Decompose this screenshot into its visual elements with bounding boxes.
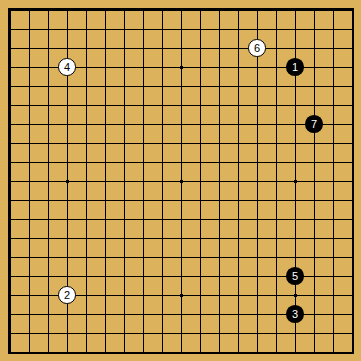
intersection-M18[interactable] — [210, 20, 229, 39]
intersection-B9[interactable] — [20, 191, 39, 210]
intersection-B4[interactable] — [20, 286, 39, 305]
intersection-H14[interactable] — [134, 96, 153, 115]
intersection-S18[interactable] — [324, 20, 343, 39]
intersection-T11[interactable] — [343, 153, 361, 172]
intersection-E15[interactable] — [77, 77, 96, 96]
intersection-H18[interactable] — [134, 20, 153, 39]
intersection-R2[interactable] — [305, 324, 324, 343]
intersection-B7[interactable] — [20, 229, 39, 248]
intersection-G13[interactable] — [115, 115, 134, 134]
intersection-N5[interactable] — [229, 267, 248, 286]
intersection-P10[interactable] — [267, 172, 286, 191]
intersection-O5[interactable] — [248, 267, 267, 286]
intersection-B14[interactable] — [20, 96, 39, 115]
intersection-E3[interactable] — [77, 305, 96, 324]
intersection-B1[interactable] — [20, 343, 39, 361]
intersection-A13[interactable] — [1, 115, 20, 134]
intersection-C18[interactable] — [39, 20, 58, 39]
intersection-G9[interactable] — [115, 191, 134, 210]
intersection-R1[interactable] — [305, 343, 324, 361]
intersection-L2[interactable] — [191, 324, 210, 343]
intersection-M5[interactable] — [210, 267, 229, 286]
intersection-C8[interactable] — [39, 210, 58, 229]
intersection-N18[interactable] — [229, 20, 248, 39]
intersection-D12[interactable] — [58, 134, 77, 153]
intersection-L11[interactable] — [191, 153, 210, 172]
intersection-M19[interactable] — [210, 1, 229, 20]
intersection-A2[interactable] — [1, 324, 20, 343]
stone-4-white-D16[interactable]: 4 — [58, 58, 76, 76]
intersection-N9[interactable] — [229, 191, 248, 210]
intersection-Q8[interactable] — [286, 210, 305, 229]
intersection-P8[interactable] — [267, 210, 286, 229]
intersection-E11[interactable] — [77, 153, 96, 172]
intersection-M7[interactable] — [210, 229, 229, 248]
intersection-C5[interactable] — [39, 267, 58, 286]
intersection-E19[interactable] — [77, 1, 96, 20]
intersection-H15[interactable] — [134, 77, 153, 96]
intersection-A6[interactable] — [1, 248, 20, 267]
intersection-R17[interactable] — [305, 39, 324, 58]
intersection-R11[interactable] — [305, 153, 324, 172]
intersection-Q14[interactable] — [286, 96, 305, 115]
intersection-D18[interactable] — [58, 20, 77, 39]
intersection-M8[interactable] — [210, 210, 229, 229]
intersection-C4[interactable] — [39, 286, 58, 305]
intersection-O7[interactable] — [248, 229, 267, 248]
intersection-R18[interactable] — [305, 20, 324, 39]
intersection-R12[interactable] — [305, 134, 324, 153]
intersection-G11[interactable] — [115, 153, 134, 172]
intersection-P9[interactable] — [267, 191, 286, 210]
intersection-P12[interactable] — [267, 134, 286, 153]
intersection-N3[interactable] — [229, 305, 248, 324]
intersection-A12[interactable] — [1, 134, 20, 153]
intersection-A8[interactable] — [1, 210, 20, 229]
intersection-J12[interactable] — [153, 134, 172, 153]
intersection-D7[interactable] — [58, 229, 77, 248]
intersection-B19[interactable] — [20, 1, 39, 20]
intersection-L18[interactable] — [191, 20, 210, 39]
intersection-P3[interactable] — [267, 305, 286, 324]
intersection-F7[interactable] — [96, 229, 115, 248]
intersection-F11[interactable] — [96, 153, 115, 172]
intersection-M9[interactable] — [210, 191, 229, 210]
intersection-G3[interactable] — [115, 305, 134, 324]
intersection-D19[interactable] — [58, 1, 77, 20]
intersection-D6[interactable] — [58, 248, 77, 267]
intersection-T3[interactable] — [343, 305, 361, 324]
intersection-H13[interactable] — [134, 115, 153, 134]
intersection-J7[interactable] — [153, 229, 172, 248]
intersection-F3[interactable] — [96, 305, 115, 324]
intersection-B3[interactable] — [20, 305, 39, 324]
intersection-E7[interactable] — [77, 229, 96, 248]
intersection-N15[interactable] — [229, 77, 248, 96]
intersection-A14[interactable] — [1, 96, 20, 115]
intersection-L3[interactable] — [191, 305, 210, 324]
intersection-C11[interactable] — [39, 153, 58, 172]
intersection-M1[interactable] — [210, 343, 229, 361]
intersection-J8[interactable] — [153, 210, 172, 229]
intersection-L19[interactable] — [191, 1, 210, 20]
intersection-G4[interactable] — [115, 286, 134, 305]
stone-5-black-Q5[interactable]: 5 — [286, 267, 304, 285]
intersection-D9[interactable] — [58, 191, 77, 210]
intersection-J19[interactable] — [153, 1, 172, 20]
intersection-G6[interactable] — [115, 248, 134, 267]
intersection-J4[interactable] — [153, 286, 172, 305]
intersection-N11[interactable] — [229, 153, 248, 172]
intersection-T9[interactable] — [343, 191, 361, 210]
intersection-S15[interactable] — [324, 77, 343, 96]
intersection-K3[interactable] — [172, 305, 191, 324]
intersection-F9[interactable] — [96, 191, 115, 210]
intersection-K12[interactable] — [172, 134, 191, 153]
intersection-L14[interactable] — [191, 96, 210, 115]
intersection-A10[interactable] — [1, 172, 20, 191]
intersection-C3[interactable] — [39, 305, 58, 324]
intersection-H6[interactable] — [134, 248, 153, 267]
intersection-E1[interactable] — [77, 343, 96, 361]
intersection-C19[interactable] — [39, 1, 58, 20]
intersection-G17[interactable] — [115, 39, 134, 58]
intersection-F1[interactable] — [96, 343, 115, 361]
intersection-K14[interactable] — [172, 96, 191, 115]
intersection-H2[interactable] — [134, 324, 153, 343]
intersection-E13[interactable] — [77, 115, 96, 134]
intersection-G16[interactable] — [115, 58, 134, 77]
intersection-R7[interactable] — [305, 229, 324, 248]
intersection-P15[interactable] — [267, 77, 286, 96]
intersection-M11[interactable] — [210, 153, 229, 172]
intersection-S9[interactable] — [324, 191, 343, 210]
intersection-H8[interactable] — [134, 210, 153, 229]
intersection-D5[interactable] — [58, 267, 77, 286]
intersection-A3[interactable] — [1, 305, 20, 324]
intersection-D2[interactable] — [58, 324, 77, 343]
intersection-L5[interactable] — [191, 267, 210, 286]
intersection-A1[interactable] — [1, 343, 20, 361]
intersection-D1[interactable] — [58, 343, 77, 361]
intersection-N13[interactable] — [229, 115, 248, 134]
intersection-K5[interactable] — [172, 267, 191, 286]
intersection-C2[interactable] — [39, 324, 58, 343]
intersection-O3[interactable] — [248, 305, 267, 324]
intersection-C12[interactable] — [39, 134, 58, 153]
intersection-O6[interactable] — [248, 248, 267, 267]
intersection-L17[interactable] — [191, 39, 210, 58]
intersection-L4[interactable] — [191, 286, 210, 305]
intersection-P7[interactable] — [267, 229, 286, 248]
intersection-M10[interactable] — [210, 172, 229, 191]
intersection-H9[interactable] — [134, 191, 153, 210]
intersection-L9[interactable] — [191, 191, 210, 210]
intersection-S19[interactable] — [324, 1, 343, 20]
intersection-G15[interactable] — [115, 77, 134, 96]
intersection-F18[interactable] — [96, 20, 115, 39]
intersection-N6[interactable] — [229, 248, 248, 267]
stone-1-black-Q16[interactable]: 1 — [286, 58, 304, 76]
intersection-K9[interactable] — [172, 191, 191, 210]
intersection-E6[interactable] — [77, 248, 96, 267]
intersection-S11[interactable] — [324, 153, 343, 172]
intersection-T4[interactable] — [343, 286, 361, 305]
intersection-P5[interactable] — [267, 267, 286, 286]
intersection-T13[interactable] — [343, 115, 361, 134]
intersection-R3[interactable] — [305, 305, 324, 324]
intersection-K4[interactable] — [172, 286, 191, 305]
intersection-N16[interactable] — [229, 58, 248, 77]
intersection-O17[interactable]: 6 — [248, 39, 267, 58]
intersection-J6[interactable] — [153, 248, 172, 267]
intersection-A17[interactable] — [1, 39, 20, 58]
intersection-E2[interactable] — [77, 324, 96, 343]
intersection-K8[interactable] — [172, 210, 191, 229]
intersection-Q2[interactable] — [286, 324, 305, 343]
intersection-D14[interactable] — [58, 96, 77, 115]
intersection-L12[interactable] — [191, 134, 210, 153]
intersection-Q3[interactable]: 3 — [286, 305, 305, 324]
intersection-S3[interactable] — [324, 305, 343, 324]
intersection-E5[interactable] — [77, 267, 96, 286]
intersection-J18[interactable] — [153, 20, 172, 39]
intersection-Q18[interactable] — [286, 20, 305, 39]
intersection-M17[interactable] — [210, 39, 229, 58]
intersection-G18[interactable] — [115, 20, 134, 39]
intersection-T6[interactable] — [343, 248, 361, 267]
intersection-K15[interactable] — [172, 77, 191, 96]
intersection-R19[interactable] — [305, 1, 324, 20]
intersection-K16[interactable] — [172, 58, 191, 77]
intersection-N14[interactable] — [229, 96, 248, 115]
intersection-O8[interactable] — [248, 210, 267, 229]
intersection-E10[interactable] — [77, 172, 96, 191]
intersection-D16[interactable]: 4 — [58, 58, 77, 77]
intersection-M15[interactable] — [210, 77, 229, 96]
intersection-C16[interactable] — [39, 58, 58, 77]
intersection-C9[interactable] — [39, 191, 58, 210]
intersection-R4[interactable] — [305, 286, 324, 305]
intersection-Q5[interactable]: 5 — [286, 267, 305, 286]
intersection-S6[interactable] — [324, 248, 343, 267]
intersection-K17[interactable] — [172, 39, 191, 58]
intersection-B8[interactable] — [20, 210, 39, 229]
intersection-L16[interactable] — [191, 58, 210, 77]
intersection-O15[interactable] — [248, 77, 267, 96]
intersection-Q16[interactable]: 1 — [286, 58, 305, 77]
intersection-S4[interactable] — [324, 286, 343, 305]
intersection-J15[interactable] — [153, 77, 172, 96]
intersection-F16[interactable] — [96, 58, 115, 77]
intersection-K18[interactable] — [172, 20, 191, 39]
intersection-N19[interactable] — [229, 1, 248, 20]
intersection-J17[interactable] — [153, 39, 172, 58]
intersection-D13[interactable] — [58, 115, 77, 134]
intersection-T7[interactable] — [343, 229, 361, 248]
intersection-P1[interactable] — [267, 343, 286, 361]
intersection-F17[interactable] — [96, 39, 115, 58]
intersection-L10[interactable] — [191, 172, 210, 191]
intersection-E9[interactable] — [77, 191, 96, 210]
intersection-A18[interactable] — [1, 20, 20, 39]
intersection-L1[interactable] — [191, 343, 210, 361]
intersection-E17[interactable] — [77, 39, 96, 58]
intersection-H17[interactable] — [134, 39, 153, 58]
intersection-S7[interactable] — [324, 229, 343, 248]
intersection-C10[interactable] — [39, 172, 58, 191]
intersection-P2[interactable] — [267, 324, 286, 343]
intersection-G19[interactable] — [115, 1, 134, 20]
intersection-R16[interactable] — [305, 58, 324, 77]
intersection-T15[interactable] — [343, 77, 361, 96]
intersection-M13[interactable] — [210, 115, 229, 134]
intersection-F14[interactable] — [96, 96, 115, 115]
intersection-J1[interactable] — [153, 343, 172, 361]
stone-2-white-D4[interactable]: 2 — [58, 286, 76, 304]
intersection-B12[interactable] — [20, 134, 39, 153]
intersection-T19[interactable] — [343, 1, 361, 20]
intersection-M14[interactable] — [210, 96, 229, 115]
intersection-O19[interactable] — [248, 1, 267, 20]
intersection-P14[interactable] — [267, 96, 286, 115]
intersection-R13[interactable]: 7 — [305, 115, 324, 134]
intersection-C1[interactable] — [39, 343, 58, 361]
intersection-S10[interactable] — [324, 172, 343, 191]
intersection-T10[interactable] — [343, 172, 361, 191]
intersection-H7[interactable] — [134, 229, 153, 248]
intersection-O18[interactable] — [248, 20, 267, 39]
intersection-T17[interactable] — [343, 39, 361, 58]
intersection-Q15[interactable] — [286, 77, 305, 96]
intersection-D17[interactable] — [58, 39, 77, 58]
intersection-M3[interactable] — [210, 305, 229, 324]
intersection-O16[interactable] — [248, 58, 267, 77]
intersection-O11[interactable] — [248, 153, 267, 172]
intersection-S5[interactable] — [324, 267, 343, 286]
intersection-Q4[interactable] — [286, 286, 305, 305]
intersection-G12[interactable] — [115, 134, 134, 153]
intersection-R8[interactable] — [305, 210, 324, 229]
intersection-B10[interactable] — [20, 172, 39, 191]
intersection-K10[interactable] — [172, 172, 191, 191]
intersection-N4[interactable] — [229, 286, 248, 305]
intersection-J14[interactable] — [153, 96, 172, 115]
intersection-F6[interactable] — [96, 248, 115, 267]
intersection-J5[interactable] — [153, 267, 172, 286]
intersection-T2[interactable] — [343, 324, 361, 343]
intersection-D4[interactable]: 2 — [58, 286, 77, 305]
intersection-M6[interactable] — [210, 248, 229, 267]
intersection-C17[interactable] — [39, 39, 58, 58]
intersection-O4[interactable] — [248, 286, 267, 305]
intersection-H11[interactable] — [134, 153, 153, 172]
intersection-P16[interactable] — [267, 58, 286, 77]
intersection-J11[interactable] — [153, 153, 172, 172]
intersection-S16[interactable] — [324, 58, 343, 77]
intersection-A5[interactable] — [1, 267, 20, 286]
intersection-H10[interactable] — [134, 172, 153, 191]
intersection-M4[interactable] — [210, 286, 229, 305]
intersection-H16[interactable] — [134, 58, 153, 77]
intersection-D10[interactable] — [58, 172, 77, 191]
intersection-O12[interactable] — [248, 134, 267, 153]
intersection-S8[interactable] — [324, 210, 343, 229]
intersection-R10[interactable] — [305, 172, 324, 191]
intersection-R6[interactable] — [305, 248, 324, 267]
intersection-T18[interactable] — [343, 20, 361, 39]
intersection-J10[interactable] — [153, 172, 172, 191]
intersection-K13[interactable] — [172, 115, 191, 134]
intersection-C14[interactable] — [39, 96, 58, 115]
intersection-G2[interactable] — [115, 324, 134, 343]
intersection-Q11[interactable] — [286, 153, 305, 172]
intersection-G1[interactable] — [115, 343, 134, 361]
intersection-A15[interactable] — [1, 77, 20, 96]
intersection-S17[interactable] — [324, 39, 343, 58]
intersection-B15[interactable] — [20, 77, 39, 96]
intersection-E16[interactable] — [77, 58, 96, 77]
intersection-T5[interactable] — [343, 267, 361, 286]
intersection-G14[interactable] — [115, 96, 134, 115]
intersection-K6[interactable] — [172, 248, 191, 267]
intersection-C7[interactable] — [39, 229, 58, 248]
intersection-T8[interactable] — [343, 210, 361, 229]
intersection-H1[interactable] — [134, 343, 153, 361]
intersection-F13[interactable] — [96, 115, 115, 134]
intersection-J3[interactable] — [153, 305, 172, 324]
intersection-J2[interactable] — [153, 324, 172, 343]
intersection-F12[interactable] — [96, 134, 115, 153]
intersection-A16[interactable] — [1, 58, 20, 77]
intersection-Q19[interactable] — [286, 1, 305, 20]
intersection-T16[interactable] — [343, 58, 361, 77]
intersection-N12[interactable] — [229, 134, 248, 153]
intersection-K19[interactable] — [172, 1, 191, 20]
intersection-A4[interactable] — [1, 286, 20, 305]
intersection-B16[interactable] — [20, 58, 39, 77]
intersection-T14[interactable] — [343, 96, 361, 115]
intersection-A9[interactable] — [1, 191, 20, 210]
intersection-R5[interactable] — [305, 267, 324, 286]
intersection-F19[interactable] — [96, 1, 115, 20]
intersection-G8[interactable] — [115, 210, 134, 229]
intersection-F15[interactable] — [96, 77, 115, 96]
intersection-F2[interactable] — [96, 324, 115, 343]
intersection-Q17[interactable] — [286, 39, 305, 58]
intersection-O10[interactable] — [248, 172, 267, 191]
intersection-H19[interactable] — [134, 1, 153, 20]
intersection-G10[interactable] — [115, 172, 134, 191]
intersection-Q7[interactable] — [286, 229, 305, 248]
intersection-N17[interactable] — [229, 39, 248, 58]
stone-3-black-Q3[interactable]: 3 — [286, 305, 304, 323]
intersection-P19[interactable] — [267, 1, 286, 20]
intersection-H5[interactable] — [134, 267, 153, 286]
intersection-L15[interactable] — [191, 77, 210, 96]
intersection-T1[interactable] — [343, 343, 361, 361]
intersection-Q13[interactable] — [286, 115, 305, 134]
intersection-Q1[interactable] — [286, 343, 305, 361]
intersection-D3[interactable] — [58, 305, 77, 324]
intersection-F4[interactable] — [96, 286, 115, 305]
intersection-A19[interactable] — [1, 1, 20, 20]
intersection-P4[interactable] — [267, 286, 286, 305]
intersection-J16[interactable] — [153, 58, 172, 77]
intersection-N2[interactable] — [229, 324, 248, 343]
intersection-B17[interactable] — [20, 39, 39, 58]
stone-7-black-R13[interactable]: 7 — [305, 115, 323, 133]
